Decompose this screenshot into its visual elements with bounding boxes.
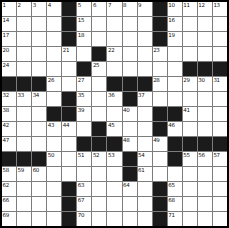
clue-number: 34 xyxy=(33,92,39,98)
white-cell[interactable] xyxy=(153,92,167,106)
white-cell[interactable]: 39 xyxy=(77,107,91,121)
white-cell[interactable]: 50 xyxy=(47,152,61,166)
clue-number: 6 xyxy=(93,2,96,8)
white-cell[interactable]: 6 xyxy=(92,2,106,16)
clue-number: 31 xyxy=(213,77,219,83)
white-cell[interactable] xyxy=(92,107,106,121)
white-cell[interactable] xyxy=(138,17,152,31)
white-cell[interactable] xyxy=(183,182,197,196)
white-cell[interactable]: 20 xyxy=(2,47,16,61)
black-cell xyxy=(107,77,121,91)
white-cell[interactable] xyxy=(17,32,31,46)
white-cell[interactable] xyxy=(123,197,137,211)
white-cell[interactable]: 37 xyxy=(138,92,152,106)
black-cell xyxy=(123,167,137,181)
white-cell[interactable] xyxy=(168,62,182,76)
white-cell[interactable]: 53 xyxy=(107,152,121,166)
white-cell[interactable] xyxy=(32,122,46,136)
black-cell xyxy=(2,152,16,166)
white-cell[interactable]: 17 xyxy=(2,32,16,46)
clue-number: 12 xyxy=(198,2,204,8)
white-cell[interactable] xyxy=(92,77,106,91)
white-cell[interactable]: 34 xyxy=(32,92,46,106)
white-cell[interactable]: 54 xyxy=(138,152,152,166)
white-cell[interactable] xyxy=(198,167,212,181)
clue-number: 9 xyxy=(138,2,141,8)
white-cell[interactable]: 16 xyxy=(168,17,182,31)
white-cell[interactable] xyxy=(123,47,137,61)
black-cell xyxy=(123,152,137,166)
white-cell[interactable]: 23 xyxy=(153,47,167,61)
black-cell xyxy=(32,77,46,91)
black-cell xyxy=(153,107,167,121)
clue-number: 2 xyxy=(18,2,21,8)
white-cell[interactable] xyxy=(123,122,137,136)
white-cell[interactable]: 26 xyxy=(47,77,61,91)
clue-number: 56 xyxy=(198,152,204,158)
white-cell[interactable]: 31 xyxy=(213,77,227,91)
clue-number: 26 xyxy=(48,77,54,83)
white-cell[interactable] xyxy=(183,167,197,181)
white-cell[interactable] xyxy=(17,17,31,31)
white-cell[interactable]: 14 xyxy=(2,17,16,31)
black-cell xyxy=(138,77,152,91)
white-cell[interactable] xyxy=(32,62,46,76)
clue-number: 10 xyxy=(168,2,174,8)
black-cell xyxy=(62,2,76,16)
white-cell[interactable]: 8 xyxy=(123,2,137,16)
white-cell[interactable]: 70 xyxy=(77,212,91,226)
white-cell[interactable] xyxy=(17,122,31,136)
white-cell[interactable]: 35 xyxy=(77,92,91,106)
white-cell[interactable] xyxy=(198,107,212,121)
clue-number: 41 xyxy=(183,107,189,113)
white-cell[interactable] xyxy=(153,167,167,181)
white-cell[interactable] xyxy=(62,62,76,76)
clue-number: 63 xyxy=(78,182,84,188)
white-cell[interactable]: 27 xyxy=(77,77,91,91)
clue-number: 20 xyxy=(3,47,9,53)
clue-number: 48 xyxy=(123,137,129,143)
clue-number: 40 xyxy=(123,107,129,113)
white-cell[interactable] xyxy=(92,32,106,46)
white-cell[interactable] xyxy=(107,17,121,31)
white-cell[interactable] xyxy=(107,32,121,46)
white-cell[interactable]: 61 xyxy=(138,167,152,181)
white-cell[interactable] xyxy=(183,17,197,31)
white-cell[interactable] xyxy=(183,32,197,46)
clue-number: 8 xyxy=(123,2,126,8)
white-cell[interactable]: 64 xyxy=(123,182,137,196)
white-cell[interactable] xyxy=(168,167,182,181)
clue-number: 71 xyxy=(168,212,174,218)
white-cell[interactable] xyxy=(47,182,61,196)
white-cell[interactable] xyxy=(213,167,227,181)
clue-number: 24 xyxy=(3,62,9,68)
black-cell xyxy=(183,137,197,151)
clue-number: 67 xyxy=(78,197,84,203)
white-cell[interactable]: 22 xyxy=(107,47,121,61)
clue-number: 54 xyxy=(138,152,144,158)
clue-number: 45 xyxy=(108,122,114,128)
white-cell[interactable] xyxy=(32,197,46,211)
black-cell xyxy=(32,152,46,166)
black-cell xyxy=(153,2,167,16)
clue-number: 29 xyxy=(183,77,189,83)
clue-number: 23 xyxy=(153,47,159,53)
clue-number: 68 xyxy=(168,197,174,203)
clue-number: 4 xyxy=(48,2,51,8)
black-cell xyxy=(62,197,76,211)
white-cell[interactable]: 3 xyxy=(32,2,46,16)
clue-number: 38 xyxy=(3,107,9,113)
white-cell[interactable] xyxy=(92,212,106,226)
white-cell[interactable] xyxy=(123,17,137,31)
white-cell[interactable]: 71 xyxy=(168,212,182,226)
white-cell[interactable] xyxy=(47,212,61,226)
white-cell[interactable]: 15 xyxy=(77,17,91,31)
clue-number: 55 xyxy=(183,152,189,158)
clue-number: 5 xyxy=(78,2,81,8)
white-cell[interactable] xyxy=(62,167,76,181)
white-cell[interactable]: 58 xyxy=(2,167,16,181)
clue-number: 53 xyxy=(108,152,114,158)
clue-number: 11 xyxy=(183,2,189,8)
black-cell xyxy=(17,77,31,91)
white-cell[interactable] xyxy=(198,32,212,46)
clue-number: 30 xyxy=(198,77,204,83)
white-cell[interactable] xyxy=(77,47,91,61)
clue-number: 25 xyxy=(93,62,99,68)
white-cell[interactable]: 25 xyxy=(92,62,106,76)
white-cell[interactable]: 24 xyxy=(2,62,16,76)
white-cell[interactable] xyxy=(183,47,197,61)
white-cell[interactable] xyxy=(107,107,121,121)
black-cell xyxy=(47,107,61,121)
white-cell[interactable] xyxy=(32,182,46,196)
white-cell[interactable]: 9 xyxy=(138,2,152,16)
white-cell[interactable] xyxy=(198,182,212,196)
white-cell[interactable] xyxy=(77,122,91,136)
clue-number: 35 xyxy=(78,92,84,98)
white-cell[interactable] xyxy=(213,182,227,196)
white-cell[interactable] xyxy=(47,197,61,211)
white-cell[interactable]: 12 xyxy=(198,2,212,16)
white-cell[interactable] xyxy=(138,122,152,136)
white-cell[interactable] xyxy=(198,17,212,31)
white-cell[interactable] xyxy=(183,197,197,211)
clue-number: 42 xyxy=(3,122,9,128)
clue-number: 22 xyxy=(108,47,114,53)
white-cell[interactable]: 1 xyxy=(2,2,16,16)
white-cell[interactable] xyxy=(47,47,61,61)
white-cell[interactable] xyxy=(17,197,31,211)
white-cell[interactable] xyxy=(213,47,227,61)
white-cell[interactable]: 4 xyxy=(47,2,61,16)
black-cell xyxy=(62,17,76,31)
white-cell[interactable] xyxy=(153,152,167,166)
black-cell xyxy=(92,122,106,136)
white-cell[interactable] xyxy=(138,62,152,76)
white-cell[interactable] xyxy=(17,137,31,151)
white-cell[interactable] xyxy=(92,17,106,31)
white-cell[interactable] xyxy=(107,212,121,226)
white-cell[interactable] xyxy=(62,77,76,91)
clue-number: 15 xyxy=(78,17,84,23)
white-cell[interactable] xyxy=(47,92,61,106)
white-cell[interactable]: 5 xyxy=(77,2,91,16)
white-cell[interactable]: 2 xyxy=(17,2,31,16)
clue-number: 46 xyxy=(168,122,174,128)
clue-number: 60 xyxy=(33,167,39,173)
white-cell[interactable]: 67 xyxy=(77,197,91,211)
white-cell[interactable]: 10 xyxy=(168,2,182,16)
black-cell xyxy=(198,137,212,151)
white-cell[interactable] xyxy=(47,62,61,76)
black-cell xyxy=(198,62,212,76)
white-cell[interactable]: 33 xyxy=(17,92,31,106)
white-cell[interactable] xyxy=(17,107,31,121)
clue-number: 47 xyxy=(3,137,9,143)
white-cell[interactable]: 47 xyxy=(2,137,16,151)
white-cell[interactable]: 11 xyxy=(183,2,197,16)
white-cell[interactable]: 28 xyxy=(153,77,167,91)
white-cell[interactable]: 48 xyxy=(123,137,137,151)
white-cell[interactable] xyxy=(213,32,227,46)
clue-number: 61 xyxy=(138,167,144,173)
white-cell[interactable] xyxy=(213,107,227,121)
white-cell[interactable] xyxy=(198,197,212,211)
white-cell[interactable]: 59 xyxy=(17,167,31,181)
white-cell[interactable] xyxy=(123,62,137,76)
white-cell[interactable]: 65 xyxy=(168,182,182,196)
white-cell[interactable]: 62 xyxy=(2,182,16,196)
white-cell[interactable] xyxy=(213,17,227,31)
clue-number: 16 xyxy=(168,17,174,23)
black-cell xyxy=(107,137,121,151)
white-cell[interactable]: 19 xyxy=(168,32,182,46)
white-cell[interactable] xyxy=(213,122,227,136)
white-cell[interactable] xyxy=(213,212,227,226)
white-cell[interactable] xyxy=(92,197,106,211)
white-cell[interactable]: 38 xyxy=(2,107,16,121)
white-cell[interactable]: 36 xyxy=(107,92,121,106)
black-cell xyxy=(168,137,182,151)
black-cell xyxy=(153,17,167,31)
clue-number: 66 xyxy=(3,197,9,203)
clue-number: 36 xyxy=(108,92,114,98)
clue-number: 37 xyxy=(138,92,144,98)
white-cell[interactable] xyxy=(183,122,197,136)
white-cell[interactable] xyxy=(183,212,197,226)
white-cell[interactable] xyxy=(107,167,121,181)
white-cell[interactable] xyxy=(198,122,212,136)
white-cell[interactable] xyxy=(138,107,152,121)
black-cell xyxy=(2,77,16,91)
clue-number: 18 xyxy=(78,32,84,38)
white-cell[interactable] xyxy=(32,32,46,46)
clue-number: 64 xyxy=(123,182,129,188)
black-cell xyxy=(153,32,167,46)
clue-number: 13 xyxy=(213,2,219,8)
black-cell xyxy=(168,152,182,166)
white-cell[interactable] xyxy=(198,92,212,106)
black-cell xyxy=(77,62,91,76)
white-cell[interactable]: 46 xyxy=(168,122,182,136)
white-cell[interactable] xyxy=(32,107,46,121)
white-cell[interactable] xyxy=(47,137,61,151)
clue-number: 69 xyxy=(3,212,9,218)
white-cell[interactable] xyxy=(32,47,46,61)
white-cell[interactable] xyxy=(32,212,46,226)
white-cell[interactable] xyxy=(17,182,31,196)
white-cell[interactable] xyxy=(17,212,31,226)
white-cell[interactable]: 57 xyxy=(213,152,227,166)
black-cell xyxy=(62,212,76,226)
white-cell[interactable] xyxy=(17,47,31,61)
clue-number: 3 xyxy=(33,2,36,8)
clue-number: 50 xyxy=(48,152,54,158)
white-cell[interactable]: 69 xyxy=(2,212,16,226)
black-cell xyxy=(153,212,167,226)
white-cell[interactable] xyxy=(138,32,152,46)
clue-number: 65 xyxy=(168,182,174,188)
white-cell[interactable] xyxy=(138,212,152,226)
clue-number: 1 xyxy=(3,2,6,8)
black-cell xyxy=(183,62,197,76)
white-cell[interactable] xyxy=(32,137,46,151)
white-cell[interactable] xyxy=(47,32,61,46)
clue-number: 43 xyxy=(48,122,54,128)
white-cell[interactable] xyxy=(168,77,182,91)
white-cell[interactable] xyxy=(47,167,61,181)
white-cell[interactable] xyxy=(47,17,61,31)
white-cell[interactable] xyxy=(107,197,121,211)
clue-number: 7 xyxy=(108,2,111,8)
crossword-grid: 1234567891011121314151617181920212223242… xyxy=(0,0,229,228)
black-cell xyxy=(153,197,167,211)
clue-number: 62 xyxy=(3,182,9,188)
white-cell[interactable]: 56 xyxy=(198,152,212,166)
white-cell[interactable] xyxy=(168,47,182,61)
white-cell[interactable] xyxy=(198,47,212,61)
white-cell[interactable]: 43 xyxy=(47,122,61,136)
white-cell[interactable] xyxy=(17,62,31,76)
black-cell xyxy=(62,32,76,46)
white-cell[interactable]: 66 xyxy=(2,197,16,211)
clue-number: 14 xyxy=(3,17,9,23)
white-cell[interactable]: 44 xyxy=(62,122,76,136)
white-cell[interactable] xyxy=(138,137,152,151)
white-cell[interactable]: 49 xyxy=(153,137,167,151)
white-cell[interactable] xyxy=(92,182,106,196)
white-cell[interactable] xyxy=(138,197,152,211)
white-cell[interactable]: 68 xyxy=(168,197,182,211)
white-cell[interactable] xyxy=(92,92,106,106)
clue-number: 52 xyxy=(93,152,99,158)
white-cell[interactable] xyxy=(107,182,121,196)
black-cell xyxy=(92,47,106,61)
clue-number: 19 xyxy=(168,32,174,38)
white-cell[interactable]: 55 xyxy=(183,152,197,166)
black-cell xyxy=(77,137,91,151)
white-cell[interactable] xyxy=(107,62,121,76)
white-cell[interactable] xyxy=(138,47,152,61)
white-cell[interactable]: 41 xyxy=(183,107,197,121)
black-cell xyxy=(168,107,182,121)
clue-number: 39 xyxy=(78,107,84,113)
white-cell[interactable] xyxy=(213,197,227,211)
black-cell xyxy=(62,107,76,121)
black-cell xyxy=(123,92,137,106)
black-cell xyxy=(153,182,167,196)
white-cell[interactable] xyxy=(198,212,212,226)
white-cell[interactable]: 18 xyxy=(77,32,91,46)
black-cell xyxy=(153,122,167,136)
white-cell[interactable] xyxy=(123,212,137,226)
clue-number: 28 xyxy=(153,77,159,83)
white-cell[interactable] xyxy=(213,92,227,106)
clue-number: 33 xyxy=(18,92,24,98)
clue-number: 70 xyxy=(78,212,84,218)
black-cell xyxy=(123,77,137,91)
white-cell[interactable] xyxy=(168,92,182,106)
white-cell[interactable]: 60 xyxy=(32,167,46,181)
white-cell[interactable]: 30 xyxy=(198,77,212,91)
white-cell[interactable] xyxy=(32,17,46,31)
white-cell[interactable]: 29 xyxy=(183,77,197,91)
white-cell[interactable]: 52 xyxy=(92,152,106,166)
clue-number: 32 xyxy=(3,92,9,98)
black-cell xyxy=(17,152,31,166)
clue-number: 27 xyxy=(78,77,84,83)
clue-number: 21 xyxy=(63,47,69,53)
white-cell[interactable]: 13 xyxy=(213,2,227,16)
clue-number: 58 xyxy=(3,167,9,173)
clue-number: 17 xyxy=(3,32,9,38)
white-cell[interactable] xyxy=(183,92,197,106)
clue-number: 57 xyxy=(213,152,219,158)
clue-number: 44 xyxy=(63,122,69,128)
black-cell xyxy=(213,62,227,76)
white-cell[interactable] xyxy=(62,137,76,151)
white-cell[interactable]: 63 xyxy=(77,182,91,196)
white-cell[interactable]: 40 xyxy=(123,107,137,121)
clue-number: 49 xyxy=(153,137,159,143)
black-cell xyxy=(62,182,76,196)
white-cell[interactable] xyxy=(153,62,167,76)
black-cell xyxy=(213,137,227,151)
white-cell[interactable] xyxy=(62,152,76,166)
white-cell[interactable]: 45 xyxy=(107,122,121,136)
white-cell[interactable]: 7 xyxy=(107,2,121,16)
clue-number: 59 xyxy=(18,167,24,173)
white-cell[interactable] xyxy=(77,167,91,181)
white-cell[interactable]: 32 xyxy=(2,92,16,106)
white-cell[interactable]: 21 xyxy=(62,47,76,61)
white-cell[interactable]: 51 xyxy=(77,152,91,166)
white-cell[interactable] xyxy=(138,182,152,196)
white-cell[interactable]: 42 xyxy=(2,122,16,136)
black-cell xyxy=(62,92,76,106)
white-cell[interactable] xyxy=(92,167,106,181)
black-cell xyxy=(92,137,106,151)
white-cell[interactable] xyxy=(123,32,137,46)
clue-number: 51 xyxy=(78,152,84,158)
